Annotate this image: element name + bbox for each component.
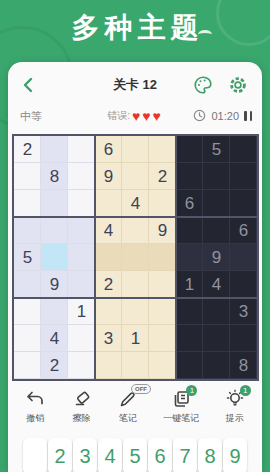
cell-r3c9[interactable]	[230, 190, 257, 217]
cell-r4c9[interactable]: 6	[230, 217, 257, 244]
promo-title: 多种主题	[0, 9, 270, 47]
cell-r3c7[interactable]: 6	[176, 190, 203, 217]
cell-r1c9[interactable]	[230, 136, 257, 163]
cell-r3c4[interactable]	[95, 190, 122, 217]
cell-r8c2[interactable]: 4	[41, 325, 68, 352]
cell-r7c4[interactable]	[95, 298, 122, 325]
cell-r1c1[interactable]: 2	[14, 136, 41, 163]
cell-r5c1[interactable]: 5	[14, 244, 41, 271]
cell-r5c2[interactable]	[41, 244, 68, 271]
erase-button[interactable]: 擦除	[71, 386, 93, 425]
heart-icon: ♥	[142, 108, 152, 124]
cell-r6c8[interactable]: 4	[203, 271, 230, 298]
cell-r4c8[interactable]	[203, 217, 230, 244]
cell-r7c7[interactable]	[176, 298, 203, 325]
pause-icon	[244, 111, 247, 121]
cell-r6c5[interactable]	[122, 271, 149, 298]
cell-r3c2[interactable]	[41, 190, 68, 217]
cell-r8c8[interactable]	[203, 325, 230, 352]
cell-r6c9[interactable]	[230, 271, 257, 298]
numpad-button-5[interactable]: 5	[123, 438, 147, 472]
cell-r6c1[interactable]	[14, 271, 41, 298]
pencil-icon: OFF	[117, 388, 139, 410]
cell-r5c6[interactable]	[149, 244, 176, 271]
pause-button[interactable]	[244, 109, 252, 123]
cell-r6c2[interactable]: 9	[41, 271, 68, 298]
cell-r9c5[interactable]	[122, 352, 149, 379]
cell-r6c6[interactable]	[149, 271, 176, 298]
cell-r1c4[interactable]: 6	[95, 136, 122, 163]
cell-r9c6[interactable]	[149, 352, 176, 379]
app-screen: { "promo": { "title": "多种主题" }, "header"…	[0, 0, 270, 472]
status-bar: 中等 错误:♥♥♥ 01:20	[8, 107, 262, 125]
theme-button[interactable]	[192, 74, 214, 96]
undo-label: 撤销	[26, 412, 44, 425]
hearts-lives: ♥♥♥	[132, 108, 163, 124]
cell-r7c3[interactable]: 1	[68, 298, 95, 325]
cell-r5c4[interactable]	[95, 244, 122, 271]
cell-r9c7[interactable]	[176, 352, 203, 379]
numpad-button-7[interactable]: 7	[173, 438, 197, 472]
cell-r9c8[interactable]	[203, 352, 230, 379]
cell-r1c6[interactable]	[149, 136, 176, 163]
auto-notes-button[interactable]: 1 一键笔记	[163, 386, 199, 425]
numpad-button-9[interactable]: 9	[223, 438, 247, 472]
cell-r2c4[interactable]: 9	[95, 163, 122, 190]
errors-label: 错误:	[107, 110, 130, 121]
numpad-button-2[interactable]: 2	[48, 438, 72, 472]
cell-r2c5[interactable]	[122, 163, 149, 190]
cell-r8c6[interactable]	[149, 325, 176, 352]
auto-notes-icon: 1	[170, 388, 192, 410]
cell-r7c5[interactable]	[122, 298, 149, 325]
palette-icon	[192, 82, 214, 99]
numpad-button-1[interactable]	[23, 438, 47, 472]
cell-r8c5[interactable]: 1	[122, 325, 149, 352]
cell-r4c1[interactable]	[14, 217, 41, 244]
eraser-icon	[71, 388, 93, 410]
numpad-button-4[interactable]: 4	[98, 438, 122, 472]
cell-r4c4[interactable]: 4	[95, 217, 122, 244]
hint-label: 提示	[226, 412, 244, 425]
cell-r7c2[interactable]	[41, 298, 68, 325]
heart-icon: ♥	[153, 108, 163, 124]
notes-off-badge: OFF	[131, 384, 151, 394]
cell-r4c6[interactable]: 9	[149, 217, 176, 244]
cell-r5c8[interactable]: 9	[203, 244, 230, 271]
cell-r3c6[interactable]	[149, 190, 176, 217]
cell-r2c9[interactable]	[230, 163, 257, 190]
cell-r8c3[interactable]	[68, 325, 95, 352]
cell-r2c8[interactable]	[203, 163, 230, 190]
cell-r6c7[interactable]: 1	[176, 271, 203, 298]
cell-r4c5[interactable]	[122, 217, 149, 244]
cell-r9c9[interactable]: 8	[230, 352, 257, 379]
cell-r1c7[interactable]	[176, 136, 203, 163]
notes-label: 笔记	[119, 412, 137, 425]
cell-r3c1[interactable]	[14, 190, 41, 217]
cell-r9c3[interactable]	[68, 352, 95, 379]
cell-r6c4[interactable]: 2	[95, 271, 122, 298]
cell-r9c4[interactable]	[95, 352, 122, 379]
level-title: 关卡 12	[8, 73, 262, 97]
cell-r5c9[interactable]	[230, 244, 257, 271]
cell-r7c9[interactable]: 3	[230, 298, 257, 325]
auto-notes-label: 一键笔记	[163, 412, 199, 425]
cell-r5c5[interactable]	[122, 244, 149, 271]
cell-r4c3[interactable]	[68, 217, 95, 244]
cell-r3c5[interactable]: 4	[122, 190, 149, 217]
timer-group: 01:20	[193, 107, 252, 125]
undo-icon	[24, 388, 46, 410]
cell-r7c8[interactable]	[203, 298, 230, 325]
cell-r8c4[interactable]: 3	[95, 325, 122, 352]
clock-icon	[193, 109, 206, 124]
cell-r8c7[interactable]	[176, 325, 203, 352]
hint-button[interactable]: 1 提示	[224, 386, 246, 425]
cell-r1c8[interactable]: 5	[203, 136, 230, 163]
cell-r2c3[interactable]	[68, 163, 95, 190]
cell-r2c2[interactable]: 8	[41, 163, 68, 190]
cell-r7c6[interactable]	[149, 298, 176, 325]
auto-notes-count-badge: 1	[186, 385, 197, 396]
cell-r4c7[interactable]	[176, 217, 203, 244]
game-card: 关卡 12 中等 错误:♥♥♥	[8, 62, 262, 472]
cell-r4c2[interactable]	[41, 217, 68, 244]
bulb-icon: 1	[224, 388, 246, 410]
cell-r8c1[interactable]	[14, 325, 41, 352]
cell-r5c7[interactable]	[176, 244, 203, 271]
heart-icon: ♥	[132, 108, 142, 124]
toolbar: 撤销 擦除 OFF 笔记 1 一键笔记 1	[8, 386, 262, 432]
cell-r2c7[interactable]	[176, 163, 203, 190]
cell-r7c1[interactable]	[14, 298, 41, 325]
numpad-button-8[interactable]: 8	[198, 438, 222, 472]
cell-r1c2[interactable]	[41, 136, 68, 163]
sudoku-board: 265892464965992141343128	[12, 134, 259, 381]
settings-button[interactable]	[227, 74, 249, 96]
cell-r8c9[interactable]	[230, 325, 257, 352]
undo-button[interactable]: 撤销	[24, 386, 46, 425]
number-pad: 23456789	[23, 438, 247, 472]
notes-button[interactable]: OFF 笔记	[117, 386, 139, 425]
cell-r9c1[interactable]	[14, 352, 41, 379]
cell-r5c3[interactable]	[68, 244, 95, 271]
erase-label: 擦除	[73, 412, 91, 425]
numpad-button-3[interactable]: 3	[73, 438, 97, 472]
cell-r2c1[interactable]	[14, 163, 41, 190]
cell-r9c2[interactable]: 2	[41, 352, 68, 379]
cell-r3c8[interactable]	[203, 190, 230, 217]
numpad-button-6[interactable]: 6	[148, 438, 172, 472]
header-bar: 关卡 12	[8, 73, 262, 97]
cell-r1c3[interactable]	[68, 136, 95, 163]
cell-r6c3[interactable]	[68, 271, 95, 298]
gear-icon	[227, 82, 249, 99]
hint-count-badge: 1	[240, 385, 251, 396]
cell-r1c5[interactable]	[122, 136, 149, 163]
timer-text: 01:20	[211, 110, 239, 122]
cell-r2c6[interactable]: 2	[149, 163, 176, 190]
cell-r3c3[interactable]	[68, 190, 95, 217]
